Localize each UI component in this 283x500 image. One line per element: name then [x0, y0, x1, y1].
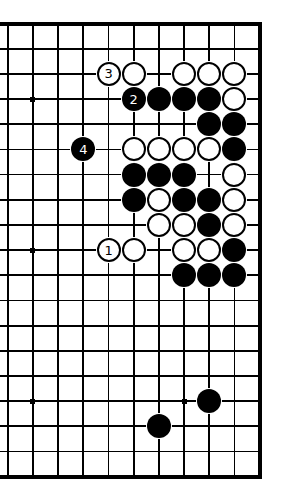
stone-white[interactable] [122, 62, 146, 86]
stone-black[interactable] [172, 163, 196, 187]
star-point [182, 399, 187, 404]
board-edge-line [258, 22, 262, 479]
grid-line-horizontal [0, 350, 262, 352]
stone-white[interactable] [197, 62, 221, 86]
stone-black[interactable] [147, 414, 171, 438]
stone-black[interactable] [172, 87, 196, 111]
stone-black[interactable] [197, 389, 221, 413]
stone-white[interactable] [122, 238, 146, 262]
board-edge-line [0, 475, 262, 479]
stone-white[interactable] [172, 213, 196, 237]
stone-black[interactable] [122, 163, 146, 187]
stone-white[interactable] [172, 137, 196, 161]
stone-black[interactable] [222, 137, 246, 161]
stone-black[interactable] [222, 263, 246, 287]
stone-white-move-3[interactable]: 3 [97, 62, 121, 86]
go-board[interactable]: 3241 [0, 0, 283, 500]
stone-white[interactable] [222, 87, 246, 111]
move-number-label: 2 [130, 93, 138, 106]
grid-line-horizontal [0, 375, 262, 377]
grid-line-horizontal [0, 425, 262, 427]
move-number-label: 1 [104, 244, 112, 257]
stone-black[interactable] [222, 112, 246, 136]
stone-black[interactable] [197, 112, 221, 136]
star-point [30, 399, 35, 404]
stone-black-move-4[interactable]: 4 [71, 137, 95, 161]
stone-black[interactable] [197, 188, 221, 212]
grid-line-horizontal [0, 325, 262, 327]
stone-white[interactable] [222, 213, 246, 237]
stone-white[interactable] [197, 238, 221, 262]
stone-black-move-2[interactable]: 2 [122, 87, 146, 111]
grid-line-vertical [82, 22, 84, 479]
stone-black[interactable] [147, 163, 171, 187]
grid-line-vertical [57, 22, 59, 479]
stone-black[interactable] [197, 87, 221, 111]
stone-white[interactable] [222, 163, 246, 187]
stone-black[interactable] [147, 87, 171, 111]
stone-black[interactable] [172, 188, 196, 212]
stone-black[interactable] [197, 213, 221, 237]
stone-black[interactable] [172, 263, 196, 287]
stone-white[interactable] [172, 238, 196, 262]
stone-white[interactable] [147, 213, 171, 237]
stone-white[interactable] [122, 137, 146, 161]
star-point [30, 97, 35, 102]
move-number-label: 3 [104, 67, 112, 80]
go-diagram-page: 3241 [0, 0, 283, 500]
grid-line-horizontal [0, 451, 262, 453]
grid-line-vertical [7, 22, 9, 479]
stone-white[interactable] [147, 188, 171, 212]
stone-black[interactable] [222, 238, 246, 262]
stone-white-move-1[interactable]: 1 [97, 238, 121, 262]
stone-white[interactable] [197, 137, 221, 161]
grid-line-horizontal [0, 300, 262, 302]
stone-black[interactable] [122, 188, 146, 212]
grid-line-horizontal [0, 400, 262, 402]
stone-white[interactable] [172, 62, 196, 86]
stone-white[interactable] [147, 137, 171, 161]
board-edge-line [0, 22, 262, 26]
stone-black[interactable] [197, 263, 221, 287]
stone-white[interactable] [222, 188, 246, 212]
grid-line-horizontal [0, 48, 262, 50]
move-number-label: 4 [79, 143, 87, 156]
star-point [30, 248, 35, 253]
stone-white[interactable] [222, 62, 246, 86]
